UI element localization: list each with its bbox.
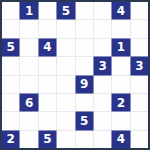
grid-cell[interactable] [20, 20, 37, 37]
grid-cell[interactable] [20, 57, 37, 74]
grid-cell-given[interactable]: 3 [131, 57, 148, 74]
grid-cell[interactable] [112, 20, 129, 37]
grid-cell[interactable] [57, 76, 74, 93]
grid-cell[interactable] [131, 2, 148, 19]
grid-cell[interactable] [20, 76, 37, 93]
grid-cell-given[interactable]: 5 [2, 39, 19, 56]
grid-cell[interactable] [94, 112, 111, 129]
grid-cell[interactable] [2, 76, 19, 93]
grid-cell[interactable] [94, 131, 111, 148]
grid-cell[interactable] [76, 131, 93, 148]
grid-cell[interactable] [39, 94, 56, 111]
grid-cell[interactable] [39, 2, 56, 19]
grid-cell-given[interactable]: 2 [112, 94, 129, 111]
grid-cell[interactable] [2, 2, 19, 19]
grid-cell[interactable] [39, 20, 56, 37]
grid-cell-given[interactable]: 4 [112, 131, 129, 148]
grid-cell-given[interactable]: 6 [20, 94, 37, 111]
grid-cell[interactable] [57, 39, 74, 56]
grid-cell[interactable] [57, 20, 74, 37]
grid-cell-given[interactable]: 1 [20, 2, 37, 19]
grid-cell[interactable] [20, 112, 37, 129]
grid-cell[interactable] [94, 76, 111, 93]
grid-cell[interactable] [131, 20, 148, 37]
grid-cell[interactable] [76, 20, 93, 37]
grid-cell[interactable] [57, 94, 74, 111]
grid-cell[interactable] [57, 57, 74, 74]
grid-cell[interactable] [112, 57, 129, 74]
grid-cell-given[interactable]: 4 [39, 39, 56, 56]
grid-cell-given[interactable]: 5 [39, 131, 56, 148]
grid-cell[interactable] [76, 94, 93, 111]
grid-cell[interactable] [131, 131, 148, 148]
grid-cell[interactable] [39, 76, 56, 93]
grid-cell[interactable] [112, 76, 129, 93]
grid-cell[interactable] [131, 112, 148, 129]
grid-cell[interactable] [131, 76, 148, 93]
grid-cell[interactable] [94, 2, 111, 19]
grid-cell-given[interactable]: 1 [112, 39, 129, 56]
grid-cell[interactable] [2, 112, 19, 129]
grid-cell[interactable] [2, 20, 19, 37]
grid-cell[interactable] [112, 112, 129, 129]
grid-cell-given[interactable]: 2 [2, 131, 19, 148]
grid-cell[interactable] [131, 94, 148, 111]
grid-cell[interactable] [39, 112, 56, 129]
grid-cell[interactable] [94, 39, 111, 56]
grid-cell[interactable] [76, 57, 93, 74]
grid-cell[interactable] [20, 131, 37, 148]
sudoku-board: 154541339625254 [0, 0, 150, 150]
grid-cell[interactable] [76, 39, 93, 56]
grid-cell[interactable] [20, 39, 37, 56]
grid-cell-given[interactable]: 5 [57, 2, 74, 19]
grid-cell-given[interactable]: 5 [76, 112, 93, 129]
grid-cell[interactable] [94, 94, 111, 111]
grid-cell[interactable] [2, 57, 19, 74]
grid-cell-given[interactable]: 9 [76, 76, 93, 93]
grid-cell[interactable] [2, 94, 19, 111]
grid-cell[interactable] [57, 112, 74, 129]
grid-cell[interactable] [57, 131, 74, 148]
grid-cell[interactable] [76, 2, 93, 19]
grid-cell[interactable] [39, 57, 56, 74]
grid-cell[interactable] [94, 20, 111, 37]
grid-cell-given[interactable]: 4 [112, 2, 129, 19]
grid-cell-given[interactable]: 3 [94, 57, 111, 74]
grid-cell[interactable] [131, 39, 148, 56]
